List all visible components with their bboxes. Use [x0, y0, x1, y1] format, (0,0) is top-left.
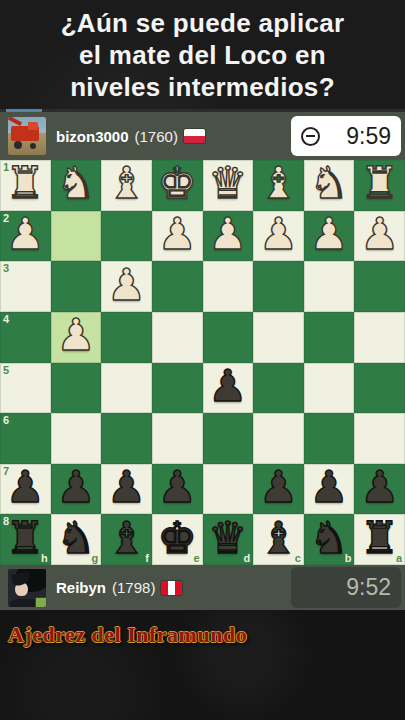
white-bishop: ♝ — [259, 161, 298, 205]
square-e2[interactable]: ♟ — [152, 211, 203, 262]
square-e4[interactable] — [152, 312, 203, 363]
square-f1[interactable]: ♝ — [101, 160, 152, 211]
square-h2[interactable]: 2♟ — [0, 211, 51, 262]
rank-label-1: 1 — [3, 162, 9, 173]
player-name-bottom[interactable]: Reibyn — [56, 579, 106, 596]
square-e5[interactable] — [152, 363, 203, 414]
rank-label-8: 8 — [3, 516, 9, 527]
player-bar-top: bizon3000 (1760) 9:59 — [0, 112, 405, 160]
black-pawn: ♟ — [56, 465, 95, 509]
square-h7[interactable]: 7♟ — [0, 464, 51, 515]
square-c8[interactable]: c♝ — [253, 514, 304, 565]
square-a1[interactable]: ♜ — [354, 160, 405, 211]
square-c2[interactable]: ♟ — [253, 211, 304, 262]
black-pawn: ♟ — [259, 465, 298, 509]
square-g7[interactable]: ♟ — [51, 464, 102, 515]
square-e6[interactable] — [152, 413, 203, 464]
title-line-1: ¿Aún se puede aplicar — [61, 7, 345, 39]
square-e1[interactable]: ♚ — [152, 160, 203, 211]
square-h6[interactable]: 6 — [0, 413, 51, 464]
square-c5[interactable] — [253, 363, 304, 414]
square-g6[interactable] — [51, 413, 102, 464]
square-a3[interactable] — [354, 261, 405, 312]
square-g3[interactable] — [51, 261, 102, 312]
square-e7[interactable]: ♟ — [152, 464, 203, 515]
black-pawn: ♟ — [6, 465, 45, 509]
player-avatar-bottom[interactable] — [8, 569, 46, 607]
square-b4[interactable] — [304, 312, 355, 363]
square-d5[interactable]: ♟ — [203, 363, 254, 414]
black-pawn: ♟ — [107, 465, 146, 509]
square-f3[interactable]: ♟ — [101, 261, 152, 312]
square-c7[interactable]: ♟ — [253, 464, 304, 515]
square-a4[interactable] — [354, 312, 405, 363]
online-status-badge — [35, 597, 46, 607]
player-bar-bottom: Reibyn (1798) 9:52 — [0, 565, 405, 610]
square-d1[interactable]: ♛ — [203, 160, 254, 211]
file-label-b: b — [345, 553, 352, 564]
timer-icon — [301, 127, 320, 146]
black-knight: ♞ — [309, 516, 348, 560]
square-b6[interactable] — [304, 413, 355, 464]
square-d7[interactable] — [203, 464, 254, 515]
white-pawn: ♟ — [360, 212, 399, 256]
white-king: ♚ — [157, 161, 196, 205]
square-h1[interactable]: 1♜ — [0, 160, 51, 211]
player-avatar-top[interactable] — [8, 117, 46, 155]
black-rook: ♜ — [360, 516, 399, 560]
square-g4[interactable]: ♟ — [51, 312, 102, 363]
title-line-2: el mate del Loco en — [79, 39, 326, 71]
square-h8[interactable]: 8h♜ — [0, 514, 51, 565]
black-queen: ♛ — [208, 516, 247, 560]
white-knight: ♞ — [56, 161, 95, 205]
square-b2[interactable]: ♟ — [304, 211, 355, 262]
square-b7[interactable]: ♟ — [304, 464, 355, 515]
video-frame: ¿Aún se puede aplicar el mate del Loco e… — [0, 0, 405, 720]
clock-top-time: 9:59 — [346, 123, 391, 150]
square-d6[interactable] — [203, 413, 254, 464]
file-label-c: c — [295, 553, 301, 564]
white-queen: ♛ — [208, 161, 247, 205]
player-info-bottom: Reibyn (1798) — [56, 579, 291, 596]
square-c4[interactable] — [253, 312, 304, 363]
black-pawn: ♟ — [309, 465, 348, 509]
square-d4[interactable] — [203, 312, 254, 363]
square-a2[interactable]: ♟ — [354, 211, 405, 262]
square-f7[interactable]: ♟ — [101, 464, 152, 515]
square-f5[interactable] — [101, 363, 152, 414]
clock-top: 9:59 — [291, 116, 401, 156]
rank-label-3: 3 — [3, 263, 9, 274]
rank-label-4: 4 — [3, 314, 9, 325]
rank-label-2: 2 — [3, 213, 9, 224]
rank-label-7: 7 — [3, 466, 9, 477]
channel-logo: Ajedrez del Inframundo — [8, 622, 247, 648]
square-b8[interactable]: b♞ — [304, 514, 355, 565]
black-rook: ♜ — [6, 516, 45, 560]
square-a5[interactable] — [354, 363, 405, 414]
square-h4[interactable]: 4 — [0, 312, 51, 363]
white-pawn: ♟ — [309, 212, 348, 256]
square-g1[interactable]: ♞ — [51, 160, 102, 211]
player-info-top: bizon3000 (1760) — [56, 128, 291, 145]
square-h5[interactable]: 5 — [0, 363, 51, 414]
square-c3[interactable] — [253, 261, 304, 312]
file-label-a: a — [396, 553, 402, 564]
square-g2[interactable] — [51, 211, 102, 262]
chess-board: 1♜♞♝♚♛♝♞♜2♟♟♟♟♟♟3♟4♟5♟67♟♟♟♟♟♟♟8h♜g♞f♝e♚… — [0, 160, 405, 565]
square-g8[interactable]: g♞ — [51, 514, 102, 565]
black-pawn: ♟ — [360, 465, 399, 509]
black-bishop: ♝ — [107, 516, 146, 560]
square-b5[interactable] — [304, 363, 355, 414]
square-c1[interactable]: ♝ — [253, 160, 304, 211]
player-name-top[interactable]: bizon3000 — [56, 128, 129, 145]
black-knight: ♞ — [56, 516, 95, 560]
white-rook: ♜ — [360, 161, 399, 205]
white-bishop: ♝ — [107, 161, 146, 205]
square-e3[interactable] — [152, 261, 203, 312]
title-line-3: niveles intermedios? — [70, 71, 335, 103]
white-knight: ♞ — [309, 161, 348, 205]
file-label-h: h — [41, 553, 48, 564]
square-d2[interactable]: ♟ — [203, 211, 254, 262]
clock-bottom: 9:52 — [291, 567, 401, 608]
poland-flag-icon — [184, 129, 205, 143]
file-label-d: d — [243, 553, 250, 564]
black-king: ♚ — [157, 516, 196, 560]
white-pawn: ♟ — [56, 313, 95, 357]
square-f4[interactable] — [101, 312, 152, 363]
square-c6[interactable] — [253, 413, 304, 464]
peru-flag-icon — [161, 581, 182, 595]
harvester-avatar-art — [8, 117, 22, 126]
player-rating-top: (1760) — [135, 128, 178, 145]
clock-bottom-time: 9:52 — [346, 574, 391, 601]
white-pawn: ♟ — [6, 212, 45, 256]
square-b3[interactable] — [304, 261, 355, 312]
white-pawn: ♟ — [259, 212, 298, 256]
black-pawn: ♟ — [157, 465, 196, 509]
black-pawn: ♟ — [208, 364, 247, 408]
square-a7[interactable]: ♟ — [354, 464, 405, 515]
square-a8[interactable]: a♜ — [354, 514, 405, 565]
square-d8[interactable]: d♛ — [203, 514, 254, 565]
white-pawn: ♟ — [208, 212, 247, 256]
white-pawn: ♟ — [157, 212, 196, 256]
black-bishop: ♝ — [259, 516, 298, 560]
square-f2[interactable] — [101, 211, 152, 262]
footer: Ajedrez del Inframundo — [0, 610, 405, 720]
file-label-f: f — [145, 553, 149, 564]
square-a6[interactable] — [354, 413, 405, 464]
square-g5[interactable] — [51, 363, 102, 414]
square-b1[interactable]: ♞ — [304, 160, 355, 211]
square-d3[interactable] — [203, 261, 254, 312]
white-rook: ♜ — [6, 161, 45, 205]
square-h3[interactable]: 3 — [0, 261, 51, 312]
square-f6[interactable] — [101, 413, 152, 464]
file-label-e: e — [193, 553, 199, 564]
rank-label-5: 5 — [3, 365, 9, 376]
rank-label-6: 6 — [3, 415, 9, 426]
player-rating-bottom: (1798) — [112, 579, 155, 596]
video-title: ¿Aún se puede aplicar el mate del Loco e… — [0, 0, 405, 109]
square-e8[interactable]: e♚ — [152, 514, 203, 565]
square-f8[interactable]: f♝ — [101, 514, 152, 565]
white-pawn: ♟ — [107, 263, 146, 307]
file-label-g: g — [92, 553, 99, 564]
